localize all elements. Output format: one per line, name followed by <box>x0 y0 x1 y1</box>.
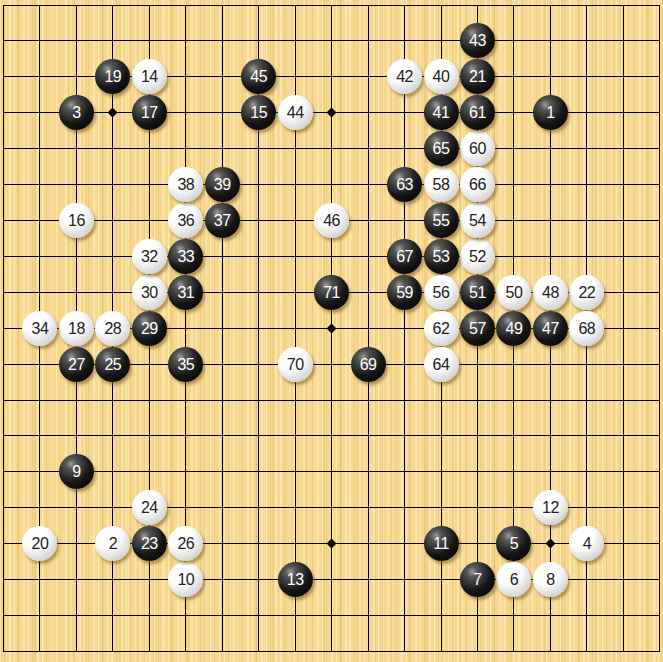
move-number: 36 <box>177 212 194 229</box>
stone-black-43[interactable]: 43 <box>460 23 495 58</box>
move-number: 46 <box>323 212 340 229</box>
stone-white-28[interactable]: 28 <box>95 311 130 346</box>
star-point <box>545 539 555 549</box>
move-number: 22 <box>578 284 595 301</box>
stone-white-20[interactable]: 20 <box>22 526 57 561</box>
move-number: 41 <box>433 104 450 121</box>
move-number: 65 <box>433 140 450 157</box>
move-number: 5 <box>510 535 518 552</box>
stone-white-60[interactable]: 60 <box>460 131 495 166</box>
move-number: 50 <box>506 284 523 301</box>
stone-black-47[interactable]: 47 <box>533 311 568 346</box>
stone-white-14[interactable]: 14 <box>132 59 167 94</box>
move-number: 23 <box>141 535 158 552</box>
stone-black-23[interactable]: 23 <box>132 526 167 561</box>
move-number: 13 <box>287 571 304 588</box>
move-number: 48 <box>542 284 559 301</box>
stone-black-29[interactable]: 29 <box>132 311 167 346</box>
move-number: 45 <box>250 68 267 85</box>
move-number: 16 <box>68 212 85 229</box>
move-number: 43 <box>469 32 486 49</box>
stone-black-65[interactable]: 65 <box>424 131 459 166</box>
stone-black-49[interactable]: 49 <box>496 311 531 346</box>
stone-black-17[interactable]: 17 <box>132 95 167 130</box>
move-number: 57 <box>469 320 486 337</box>
stone-white-30[interactable]: 30 <box>132 275 167 310</box>
move-number: 64 <box>433 356 450 373</box>
move-number: 67 <box>396 248 413 265</box>
stone-white-38[interactable]: 38 <box>168 167 203 202</box>
stone-white-56[interactable]: 56 <box>424 275 459 310</box>
stone-white-52[interactable]: 52 <box>460 239 495 274</box>
stone-white-16[interactable]: 16 <box>59 203 94 238</box>
stone-black-63[interactable]: 63 <box>387 167 422 202</box>
stone-black-9[interactable]: 9 <box>59 454 94 489</box>
move-number: 11 <box>433 535 449 552</box>
stone-black-3[interactable]: 3 <box>59 95 94 130</box>
move-number: 40 <box>433 68 450 85</box>
move-number: 27 <box>68 356 85 373</box>
stone-white-54[interactable]: 54 <box>460 203 495 238</box>
stone-white-66[interactable]: 66 <box>460 167 495 202</box>
move-number: 69 <box>360 356 377 373</box>
move-number: 2 <box>109 535 117 552</box>
star-point <box>327 108 337 118</box>
stone-white-24[interactable]: 24 <box>132 490 167 525</box>
move-number: 6 <box>510 571 518 588</box>
stone-black-33[interactable]: 33 <box>168 239 203 274</box>
grid-line-vertical <box>222 5 223 652</box>
stone-black-35[interactable]: 35 <box>168 347 203 382</box>
stone-black-71[interactable]: 71 <box>314 275 349 310</box>
star-point <box>327 323 337 333</box>
move-number: 62 <box>433 320 450 337</box>
stone-white-70[interactable]: 70 <box>278 347 313 382</box>
move-number: 47 <box>542 320 559 337</box>
stone-white-8[interactable]: 8 <box>533 562 568 597</box>
stone-black-59[interactable]: 59 <box>387 275 422 310</box>
stone-white-64[interactable]: 64 <box>424 347 459 382</box>
stone-black-37[interactable]: 37 <box>205 203 240 238</box>
move-number: 60 <box>469 140 486 157</box>
move-number: 39 <box>214 176 231 193</box>
move-number: 61 <box>469 104 486 121</box>
stone-black-31[interactable]: 31 <box>168 275 203 310</box>
star-point <box>327 539 337 549</box>
stone-white-48[interactable]: 48 <box>533 275 568 310</box>
stone-black-21[interactable]: 21 <box>460 59 495 94</box>
stone-white-36[interactable]: 36 <box>168 203 203 238</box>
grid-line-vertical <box>368 5 369 652</box>
go-board[interactable]: 1234567891011121314151617181920212223242… <box>0 0 663 662</box>
move-number: 63 <box>396 176 413 193</box>
stone-black-41[interactable]: 41 <box>424 95 459 130</box>
stone-white-18[interactable]: 18 <box>59 311 94 346</box>
move-number: 52 <box>469 248 486 265</box>
stone-black-5[interactable]: 5 <box>496 526 531 561</box>
move-number: 15 <box>250 104 267 121</box>
move-number: 4 <box>583 535 591 552</box>
grid-line-vertical <box>623 5 624 652</box>
stone-white-42[interactable]: 42 <box>387 59 422 94</box>
stone-white-26[interactable]: 26 <box>168 526 203 561</box>
move-number: 34 <box>32 320 49 337</box>
move-number: 1 <box>546 104 554 121</box>
stone-white-4[interactable]: 4 <box>569 526 604 561</box>
stone-white-2[interactable]: 2 <box>95 526 130 561</box>
move-number: 53 <box>433 248 450 265</box>
stone-black-51[interactable]: 51 <box>460 275 495 310</box>
stone-black-67[interactable]: 67 <box>387 239 422 274</box>
stone-black-15[interactable]: 15 <box>241 95 276 130</box>
stone-black-55[interactable]: 55 <box>424 203 459 238</box>
move-number: 55 <box>433 212 450 229</box>
star-point <box>108 108 118 118</box>
move-number: 58 <box>433 176 450 193</box>
move-number: 10 <box>177 571 194 588</box>
move-number: 26 <box>177 535 194 552</box>
stone-white-40[interactable]: 40 <box>424 59 459 94</box>
stone-white-58[interactable]: 58 <box>424 167 459 202</box>
move-number: 12 <box>542 499 559 516</box>
stone-white-12[interactable]: 12 <box>533 490 568 525</box>
move-number: 42 <box>396 68 413 85</box>
grid-line-vertical <box>3 5 4 652</box>
stone-black-61[interactable]: 61 <box>460 95 495 130</box>
move-number: 68 <box>578 320 595 337</box>
stone-white-46[interactable]: 46 <box>314 203 349 238</box>
stone-black-45[interactable]: 45 <box>241 59 276 94</box>
stone-white-62[interactable]: 62 <box>424 311 459 346</box>
move-number: 14 <box>141 68 158 85</box>
move-number: 21 <box>469 68 486 85</box>
move-number: 38 <box>177 176 194 193</box>
stone-black-53[interactable]: 53 <box>424 239 459 274</box>
stone-black-11[interactable]: 11 <box>424 526 459 561</box>
move-number: 3 <box>72 104 80 121</box>
move-number: 51 <box>469 284 486 301</box>
move-number: 28 <box>104 320 121 337</box>
move-number: 25 <box>104 356 121 373</box>
move-number: 59 <box>396 284 413 301</box>
move-number: 19 <box>104 68 121 85</box>
move-number: 17 <box>141 104 158 121</box>
move-number: 18 <box>68 320 85 337</box>
stone-black-13[interactable]: 13 <box>278 562 313 597</box>
move-number: 33 <box>177 248 194 265</box>
move-number: 8 <box>546 571 554 588</box>
stone-black-57[interactable]: 57 <box>460 311 495 346</box>
stone-black-39[interactable]: 39 <box>205 167 240 202</box>
move-number: 35 <box>177 356 194 373</box>
move-number: 20 <box>32 535 49 552</box>
move-number: 32 <box>141 248 158 265</box>
move-number: 31 <box>177 284 194 301</box>
stone-black-1[interactable]: 1 <box>533 95 568 130</box>
move-number: 54 <box>469 212 486 229</box>
move-number: 71 <box>323 284 340 301</box>
stone-white-44[interactable]: 44 <box>278 95 313 130</box>
move-number: 29 <box>141 320 158 337</box>
stone-black-69[interactable]: 69 <box>351 347 386 382</box>
stone-black-27[interactable]: 27 <box>59 347 94 382</box>
move-number: 49 <box>506 320 523 337</box>
stone-white-22[interactable]: 22 <box>569 275 604 310</box>
stone-white-68[interactable]: 68 <box>569 311 604 346</box>
move-number: 44 <box>287 104 304 121</box>
stone-white-50[interactable]: 50 <box>496 275 531 310</box>
stone-white-10[interactable]: 10 <box>168 562 203 597</box>
stone-black-7[interactable]: 7 <box>460 562 495 597</box>
grid-line-vertical <box>659 5 660 652</box>
stone-white-32[interactable]: 32 <box>132 239 167 274</box>
stone-black-25[interactable]: 25 <box>95 347 130 382</box>
move-number: 30 <box>141 284 158 301</box>
move-number: 7 <box>473 571 481 588</box>
grid-line-vertical <box>404 5 405 652</box>
move-number: 70 <box>287 356 304 373</box>
move-number: 37 <box>214 212 231 229</box>
stone-white-34[interactable]: 34 <box>22 311 57 346</box>
move-number: 66 <box>469 176 486 193</box>
stone-white-6[interactable]: 6 <box>496 562 531 597</box>
stone-black-19[interactable]: 19 <box>95 59 130 94</box>
move-number: 56 <box>433 284 450 301</box>
move-number: 24 <box>141 499 158 516</box>
move-number: 9 <box>72 463 80 480</box>
